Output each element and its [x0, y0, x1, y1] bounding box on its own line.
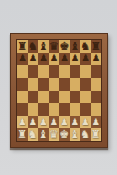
square-c1: ♝ [38, 128, 49, 141]
square-f1: ♝ [70, 128, 81, 141]
square-b2: ♟ [28, 116, 39, 129]
square-e1: ♚ [59, 128, 70, 141]
square-h4 [91, 91, 102, 104]
white-queen-d1: ♛ [49, 129, 59, 140]
black-rook-a8: ♜ [17, 40, 27, 51]
black-pawn-h7: ♟ [92, 54, 100, 63]
square-a6 [17, 65, 28, 78]
black-pawn-e7: ♟ [60, 54, 68, 63]
square-a8: ♜ [17, 40, 28, 53]
white-king-e1: ♚ [59, 129, 69, 140]
square-c7: ♟ [38, 53, 49, 66]
square-e4 [59, 91, 70, 104]
photo-background: ♜♞♝♛♚♝♞♜♟♟♟♟♟♟♟♟♟♟♟♟♟♟♟♟♜♞♝♛♚♝♞♜ [0, 0, 117, 175]
black-king-e8: ♚ [59, 40, 69, 51]
black-pawn-c7: ♟ [39, 54, 47, 63]
chess-board: ♜♞♝♛♚♝♞♜♟♟♟♟♟♟♟♟♟♟♟♟♟♟♟♟♜♞♝♛♚♝♞♜ [16, 39, 102, 142]
white-pawn-c2: ♟ [39, 117, 47, 126]
square-h2: ♟ [91, 116, 102, 129]
square-e2: ♟ [59, 116, 70, 129]
square-b1: ♞ [28, 128, 39, 141]
square-b5 [28, 78, 39, 91]
white-bishop-c1: ♝ [38, 129, 48, 140]
square-d8: ♛ [49, 40, 60, 53]
square-d6 [49, 65, 60, 78]
square-e5 [59, 78, 70, 91]
black-pawn-g7: ♟ [81, 54, 89, 63]
square-a2: ♟ [17, 116, 28, 129]
white-pawn-e2: ♟ [60, 117, 68, 126]
white-knight-g1: ♞ [80, 129, 90, 140]
white-bishop-f1: ♝ [70, 129, 80, 140]
square-h1: ♜ [91, 128, 102, 141]
black-rook-h8: ♜ [91, 40, 101, 51]
white-pawn-b2: ♟ [29, 117, 37, 126]
square-a5 [17, 78, 28, 91]
square-c8: ♝ [38, 40, 49, 53]
black-knight-g8: ♞ [80, 40, 90, 51]
square-h5 [91, 78, 102, 91]
square-g8: ♞ [80, 40, 91, 53]
black-pawn-b7: ♟ [29, 54, 37, 63]
square-e7: ♟ [59, 53, 70, 66]
black-pawn-a7: ♟ [18, 54, 26, 63]
black-queen-d8: ♛ [49, 40, 59, 51]
square-g4 [80, 91, 91, 104]
square-d1: ♛ [49, 128, 60, 141]
square-f4 [70, 91, 81, 104]
white-knight-b1: ♞ [28, 129, 38, 140]
square-g5 [80, 78, 91, 91]
square-b4 [28, 91, 39, 104]
square-g2: ♟ [80, 116, 91, 129]
square-d4 [49, 91, 60, 104]
square-g1: ♞ [80, 128, 91, 141]
square-b7: ♟ [28, 53, 39, 66]
square-f7: ♟ [70, 53, 81, 66]
square-c2: ♟ [38, 116, 49, 129]
square-e8: ♚ [59, 40, 70, 53]
white-pawn-f2: ♟ [71, 117, 79, 126]
square-d5 [49, 78, 60, 91]
square-g7: ♟ [80, 53, 91, 66]
square-d2: ♟ [49, 116, 60, 129]
square-f3 [70, 103, 81, 116]
square-f6 [70, 65, 81, 78]
square-c6 [38, 65, 49, 78]
black-pawn-d7: ♟ [50, 54, 58, 63]
white-rook-a1: ♜ [17, 129, 27, 140]
square-d3 [49, 103, 60, 116]
white-rook-h1: ♜ [91, 129, 101, 140]
square-f2: ♟ [70, 116, 81, 129]
square-f8: ♝ [70, 40, 81, 53]
black-knight-b8: ♞ [28, 40, 38, 51]
square-c4 [38, 91, 49, 104]
black-bishop-f8: ♝ [70, 40, 80, 51]
square-b3 [28, 103, 39, 116]
black-pawn-f7: ♟ [71, 54, 79, 63]
square-h8: ♜ [91, 40, 102, 53]
square-b6 [28, 65, 39, 78]
square-h6 [91, 65, 102, 78]
square-b8: ♞ [28, 40, 39, 53]
square-h7: ♟ [91, 53, 102, 66]
white-pawn-g2: ♟ [81, 117, 89, 126]
white-pawn-a2: ♟ [18, 117, 26, 126]
square-g6 [80, 65, 91, 78]
square-a4 [17, 91, 28, 104]
square-a3 [17, 103, 28, 116]
square-e6 [59, 65, 70, 78]
square-a1: ♜ [17, 128, 28, 141]
square-c3 [38, 103, 49, 116]
square-g3 [80, 103, 91, 116]
square-a7: ♟ [17, 53, 28, 66]
black-bishop-c8: ♝ [38, 40, 48, 51]
white-pawn-h2: ♟ [92, 117, 100, 126]
square-c5 [38, 78, 49, 91]
square-d7: ♟ [49, 53, 60, 66]
square-f5 [70, 78, 81, 91]
white-pawn-d2: ♟ [50, 117, 58, 126]
square-e3 [59, 103, 70, 116]
square-h3 [91, 103, 102, 116]
chess-board-frame: ♜♞♝♛♚♝♞♜♟♟♟♟♟♟♟♟♟♟♟♟♟♟♟♟♜♞♝♛♚♝♞♜ [10, 33, 108, 148]
